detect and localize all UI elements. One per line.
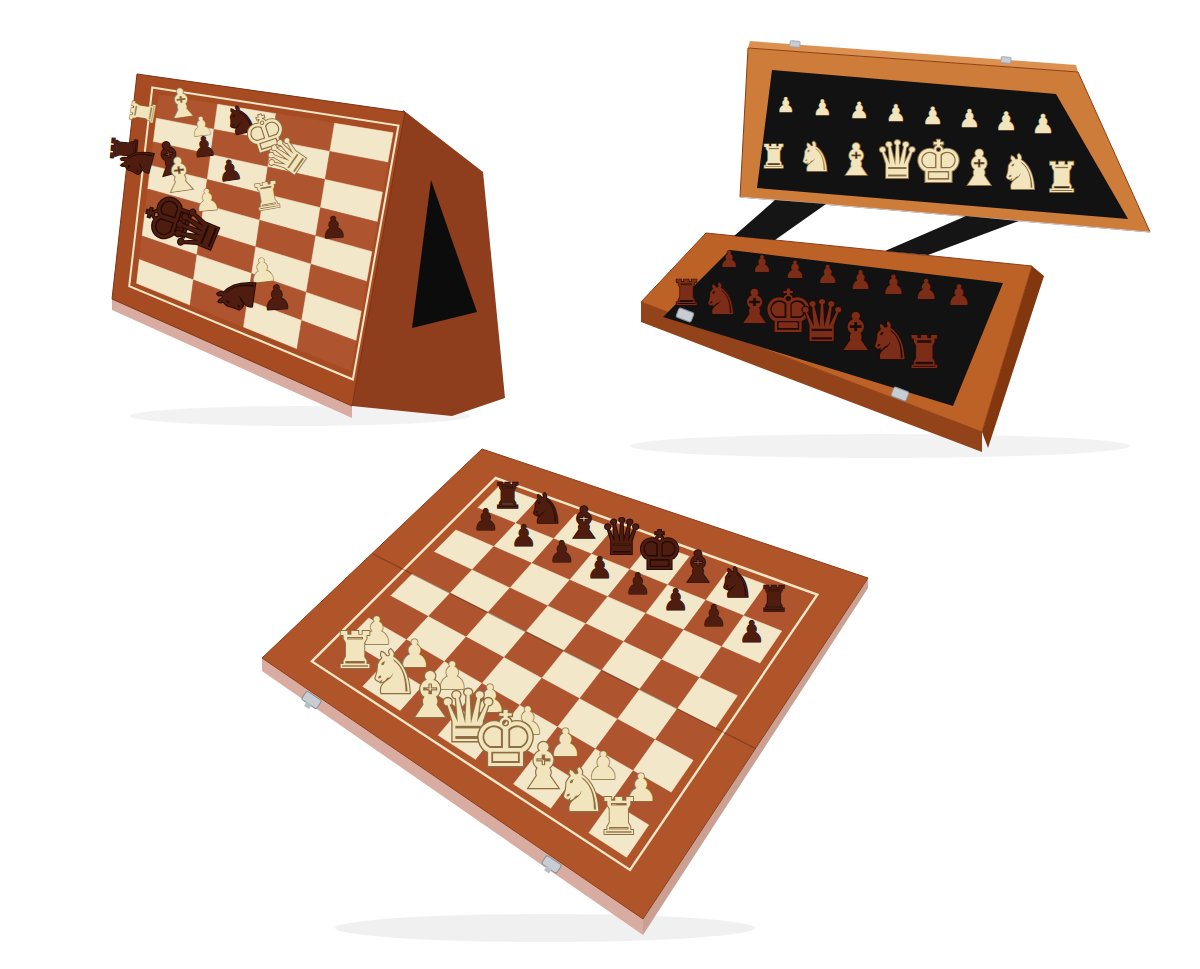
piece-black-pawn-d7: ♟ [587,551,613,585]
case-piece-white-pawn: ♟ [1031,109,1054,139]
piece-black-pawn-e7: ♟ [625,567,651,601]
folded-piece-15-dark-pawn: ♟ [319,210,347,246]
case-piece-dark-pawn: ♟ [752,250,773,277]
case-piece-white-pawn: ♟ [995,106,1018,136]
case-piece-white-pawn: ♟ [813,95,832,120]
piece-black-pawn-a7: ♟ [473,503,499,537]
hinge-strap-right [885,216,1019,255]
case-piece-white-bishop: ♝ [836,134,876,185]
piece-black-pawn-h7: ♟ [739,615,765,649]
open-case-image: ♟♟♟♟♟♟♟♟♜♞♝♚♛♝♞♜♟♟♟♟♟♟♟♟♜♞♝♛♚♝♞♜ [620,15,1180,465]
open-board-image: ♜♞♝♛♚♝♞♜♟♟♟♟♟♟♟♟♟♟♟♟♟♟♟♟♜♞♝♛♚♝♞♜ [230,420,910,965]
folded-piece-20-dark-pawn: ♟ [261,277,293,318]
case-piece-dark-pawn: ♟ [849,265,872,295]
hinge-strap-left [734,200,826,240]
case-piece-dark-pawn: ♟ [816,260,838,289]
case-piece-dark-pawn: ♟ [946,278,972,312]
case-piece-white-pawn: ♟ [886,100,907,126]
photo-open-case[interactable]: ♟♟♟♟♟♟♟♟♜♞♝♚♛♝♞♜♟♟♟♟♟♟♟♟♜♞♝♛♚♝♞♜ [620,15,1180,465]
piece-black-pawn-c7: ♟ [549,535,575,569]
piece-black-pawn-b7: ♟ [511,519,537,553]
case-piece-white-knight: ♞ [797,133,833,181]
folded-piece-19-dark-knight: ♞ [205,269,269,321]
case-piece-dark-pawn: ♟ [719,246,739,272]
case-piece-white-pawn: ♟ [777,93,795,117]
case-piece-white-rook: ♜ [1043,153,1081,202]
case-piece-white-pawn: ♟ [922,102,943,130]
case-piece-dark-rook: ♜ [904,326,944,379]
case-piece-dark-rook: ♜ [671,272,703,313]
case-piece-white-king: ♚ [913,128,965,196]
photo-open-board[interactable]: ♜♞♝♛♚♝♞♜♟♟♟♟♟♟♟♟♟♟♟♟♟♟♟♟♜♞♝♛♚♝♞♜ [230,420,910,965]
folded-board-image: ♜♝♟♞♚♛♟♜♞♝♟♝♟♜♟♚♛♟♞♟ [80,40,520,440]
piece-white-rook-h1: ♜ [596,787,641,846]
case-piece-dark-pawn: ♟ [881,269,905,300]
soft-shadow [335,914,755,942]
photo-folded-board[interactable]: ♜♝♟♞♚♛♟♜♞♝♟♝♟♜♟♚♛♟♞♟ [80,40,520,440]
case-piece-white-pawn: ♟ [849,97,869,123]
piece-black-pawn-g7: ♟ [701,599,727,633]
case-piece-white-bishop: ♝ [958,140,1002,197]
piece-black-pawn-f7: ♟ [663,583,689,617]
case-piece-dark-pawn: ♟ [914,273,939,306]
lid-clasp-1 [790,41,800,48]
piece-black-rook-h8: ♜ [758,578,789,619]
folded-piece-11-dark-pawn: ♟ [215,153,244,189]
case-piece-white-knight: ♞ [999,144,1042,200]
case-piece-white-rook: ♜ [759,137,789,176]
lid-clasp-2 [1001,57,1011,64]
